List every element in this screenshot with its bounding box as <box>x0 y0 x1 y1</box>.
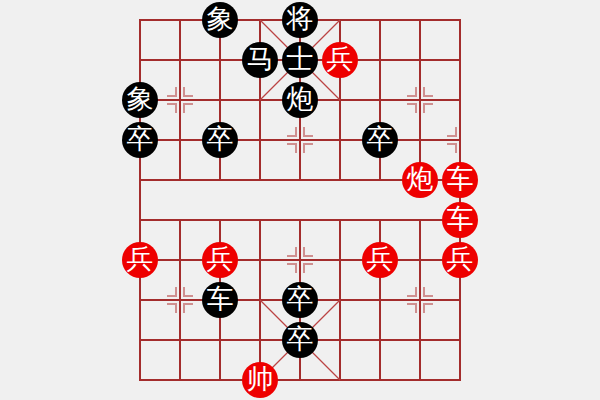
black-soldier-piece[interactable]: 卒 <box>282 282 318 318</box>
black-general-glyph: 将 <box>287 6 314 33</box>
red-cannon-glyph: 炮 <box>407 166 434 193</box>
black-elephant-piece[interactable]: 象 <box>122 82 158 118</box>
red-soldier-piece[interactable]: 兵 <box>122 242 158 278</box>
black-soldier-glyph: 卒 <box>367 126 394 153</box>
black-soldier-glyph: 卒 <box>207 126 234 153</box>
red-soldier-piece[interactable]: 兵 <box>202 242 238 278</box>
red-soldier-piece[interactable]: 兵 <box>442 242 478 278</box>
red-soldier-piece[interactable]: 兵 <box>362 242 398 278</box>
red-soldier-glyph: 兵 <box>127 246 154 273</box>
red-general-piece[interactable]: 帅 <box>242 362 278 398</box>
black-advisor-piece[interactable]: 士 <box>282 42 318 78</box>
red-general-glyph: 帅 <box>247 366 274 393</box>
black-advisor-glyph: 士 <box>287 46 314 73</box>
black-chariot-glyph: 车 <box>207 286 234 313</box>
black-soldier-piece[interactable]: 卒 <box>362 122 398 158</box>
black-soldier-glyph: 卒 <box>127 126 154 153</box>
red-soldier-glyph: 兵 <box>327 46 354 73</box>
black-general-piece[interactable]: 将 <box>282 2 318 38</box>
red-chariot-glyph: 车 <box>447 206 474 233</box>
red-cannon-piece[interactable]: 炮 <box>402 162 438 198</box>
black-soldier-piece[interactable]: 卒 <box>282 322 318 358</box>
black-cannon-piece[interactable]: 炮 <box>282 82 318 118</box>
black-elephant-piece[interactable]: 象 <box>202 2 238 38</box>
red-chariot-piece[interactable]: 车 <box>442 162 478 198</box>
red-soldier-piece[interactable]: 兵 <box>322 42 358 78</box>
xiangqi-app: 象将马士兵象炮卒卒卒炮车车兵兵兵兵车卒卒帅 <box>0 0 600 400</box>
red-chariot-glyph: 车 <box>447 166 474 193</box>
red-soldier-glyph: 兵 <box>447 246 474 273</box>
black-soldier-piece[interactable]: 卒 <box>202 122 238 158</box>
black-soldier-piece[interactable]: 卒 <box>122 122 158 158</box>
red-soldier-glyph: 兵 <box>367 246 394 273</box>
black-soldier-glyph: 卒 <box>287 286 314 313</box>
red-soldier-glyph: 兵 <box>207 246 234 273</box>
black-soldier-glyph: 卒 <box>287 326 314 353</box>
piece-layer: 象将马士兵象炮卒卒卒炮车车兵兵兵兵车卒卒帅 <box>120 0 480 400</box>
black-chariot-piece[interactable]: 车 <box>202 282 238 318</box>
black-cannon-glyph: 炮 <box>287 86 314 113</box>
black-elephant-glyph: 象 <box>207 6 234 33</box>
red-chariot-piece[interactable]: 车 <box>442 202 478 238</box>
black-elephant-glyph: 象 <box>127 86 154 113</box>
black-horse-piece[interactable]: 马 <box>242 42 278 78</box>
black-horse-glyph: 马 <box>247 46 274 73</box>
